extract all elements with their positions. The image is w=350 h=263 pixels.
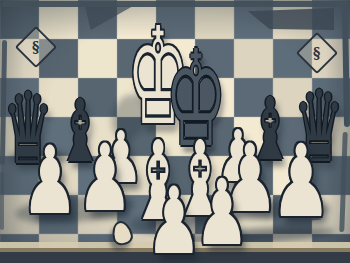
pieces-layer: ♚♚♝♛♝♛♟♟♟♟♟♝♟♝♟♟ — [0, 0, 350, 263]
white-pawn: ♟ — [194, 168, 249, 259]
white-bishop: ♝ — [172, 128, 228, 232]
white-bishop: ♝ — [129, 127, 188, 236]
white-pawn: ♟ — [221, 132, 278, 226]
black-bishop: ♝ — [247, 86, 294, 173]
white-pawn: ♟ — [77, 132, 133, 224]
white-king: ♚ — [127, 10, 190, 144]
white-pawn: ♟ — [146, 175, 202, 263]
black-king: ♚ — [165, 33, 227, 166]
white-pawn: ♟ — [21, 134, 78, 228]
white-pawn: ♟ — [270, 132, 331, 232]
black-bishop: ♝ — [57, 88, 104, 175]
white-pawn: ♟ — [216, 121, 259, 192]
black-queen: ♛ — [3, 79, 53, 178]
white-pawn: ♟ — [99, 122, 142, 193]
chess-illustration-canvas: § § ♞ ♚♚♝♛♝♛♟♟♟♟♟♝♟♝♟♟ — [0, 0, 350, 263]
black-queen: ♛ — [294, 77, 344, 176]
